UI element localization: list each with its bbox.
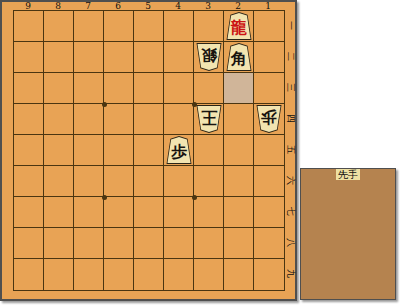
- board-square-4-8[interactable]: [164, 228, 194, 259]
- board-square-7-6[interactable]: [74, 166, 104, 197]
- board-square-7-4[interactable]: [74, 104, 104, 135]
- board-square-3-9[interactable]: [194, 259, 224, 290]
- board-square-9-7[interactable]: [14, 197, 44, 228]
- board-square-5-8[interactable]: [134, 228, 164, 259]
- board-square-8-8[interactable]: [44, 228, 74, 259]
- star-point: [102, 102, 107, 107]
- board-square-9-3[interactable]: [14, 73, 44, 104]
- board-square-8-1[interactable]: [44, 11, 74, 42]
- board-square-7-1[interactable]: [74, 11, 104, 42]
- board-square-5-4[interactable]: [134, 104, 164, 135]
- board-square-9-8[interactable]: [14, 228, 44, 259]
- board-square-8-4[interactable]: [44, 104, 74, 135]
- board-square-9-4[interactable]: [14, 104, 44, 135]
- board-square-2-7[interactable]: [224, 197, 254, 228]
- rank-label-2: 二: [275, 51, 306, 63]
- board-square-8-2[interactable]: [44, 42, 74, 73]
- board-square-3-5[interactable]: [194, 135, 224, 166]
- star-point: [102, 195, 107, 200]
- sente-hand-label: 先手: [336, 169, 360, 180]
- piece-face: 龍: [227, 13, 251, 39]
- board-square-3-7[interactable]: [194, 197, 224, 228]
- star-point: [192, 102, 197, 107]
- board-square-5-5[interactable]: [134, 135, 164, 166]
- piece-glyph: 角: [227, 48, 251, 70]
- board-square-2-8[interactable]: [224, 228, 254, 259]
- board-square-2-5[interactable]: [224, 135, 254, 166]
- board-square-5-6[interactable]: [134, 166, 164, 197]
- board-square-3-8[interactable]: [194, 228, 224, 259]
- board-square-7-2[interactable]: [74, 42, 104, 73]
- board-square-4-1[interactable]: [164, 11, 194, 42]
- board-square-6-6[interactable]: [104, 166, 134, 197]
- sente-hand-panel[interactable]: 先手: [300, 168, 396, 300]
- piece-glyph: 王: [197, 106, 221, 128]
- board-square-9-9[interactable]: [14, 259, 44, 290]
- board-square-7-9[interactable]: [74, 259, 104, 290]
- board-square-5-7[interactable]: [134, 197, 164, 228]
- board-square-4-9[interactable]: [164, 259, 194, 290]
- board-square-8-7[interactable]: [44, 197, 74, 228]
- board-grid: 龍角銀王歩歩: [13, 10, 285, 291]
- piece-face: 銀: [197, 44, 221, 70]
- board-square-4-7[interactable]: [164, 197, 194, 228]
- rank-label-5: 五: [275, 144, 306, 156]
- board-square-6-7[interactable]: [104, 197, 134, 228]
- piece-glyph: 歩: [257, 106, 281, 128]
- board-square-2-3[interactable]: [224, 73, 254, 104]
- board-square-3-6[interactable]: [194, 166, 224, 197]
- board-square-4-6[interactable]: [164, 166, 194, 197]
- board-square-2-6[interactable]: [224, 166, 254, 197]
- star-point: [192, 195, 197, 200]
- board-square-8-5[interactable]: [44, 135, 74, 166]
- board-square-6-1[interactable]: [104, 11, 134, 42]
- board-square-5-2[interactable]: [134, 42, 164, 73]
- board-square-2-9[interactable]: [224, 259, 254, 290]
- board-square-5-3[interactable]: [134, 73, 164, 104]
- board-square-4-4[interactable]: [164, 104, 194, 135]
- board-square-9-2[interactable]: [14, 42, 44, 73]
- board-square-8-9[interactable]: [44, 259, 74, 290]
- board-square-9-1[interactable]: [14, 11, 44, 42]
- piece-glyph: 歩: [167, 141, 191, 163]
- board-square-9-6[interactable]: [14, 166, 44, 197]
- shogi-board: 987654321 龍角銀王歩歩 一二三四五六七八九: [0, 0, 297, 301]
- board-square-6-8[interactable]: [104, 228, 134, 259]
- board-square-2-4[interactable]: [224, 104, 254, 135]
- board-square-3-3[interactable]: [194, 73, 224, 104]
- piece-face: 王: [197, 106, 221, 132]
- piece-face: 角: [227, 44, 251, 70]
- board-square-7-5[interactable]: [74, 135, 104, 166]
- board-square-3-1[interactable]: [194, 11, 224, 42]
- piece-glyph: 龍: [227, 17, 251, 39]
- shogi-diagram: 987654321 龍角銀王歩歩 一二三四五六七八九 先手: [0, 0, 400, 306]
- board-square-7-3[interactable]: [74, 73, 104, 104]
- board-square-6-4[interactable]: [104, 104, 134, 135]
- rank-label-1: 一: [275, 20, 306, 32]
- rank-labels: 一二三四五六七八九: [284, 10, 296, 291]
- board-square-8-3[interactable]: [44, 73, 74, 104]
- board-square-5-1[interactable]: [134, 11, 164, 42]
- board-square-4-2[interactable]: [164, 42, 194, 73]
- board-square-6-3[interactable]: [104, 73, 134, 104]
- board-square-5-9[interactable]: [134, 259, 164, 290]
- board-square-6-5[interactable]: [104, 135, 134, 166]
- board-square-6-9[interactable]: [104, 259, 134, 290]
- board-square-9-5[interactable]: [14, 135, 44, 166]
- board-square-4-3[interactable]: [164, 73, 194, 104]
- board-square-7-7[interactable]: [74, 197, 104, 228]
- board-square-6-2[interactable]: [104, 42, 134, 73]
- piece-face: 歩: [167, 137, 191, 163]
- rank-label-3: 三: [275, 82, 306, 94]
- board-square-7-8[interactable]: [74, 228, 104, 259]
- piece-glyph: 銀: [197, 44, 221, 66]
- piece-face: 歩: [257, 106, 281, 132]
- board-square-8-6[interactable]: [44, 166, 74, 197]
